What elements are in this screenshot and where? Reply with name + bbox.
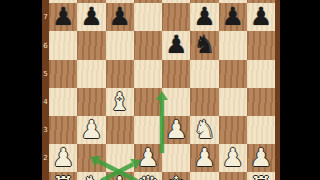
piece-white-pawn: ♟: [221, 144, 243, 172]
video-frame: 87654321 ♜♞♝♛♚♝♜♟♟♟♟♟♟♟♞♝♟♟♞♟♟♟♟♟♜♞♝♛♚♜: [0, 0, 320, 180]
piece-white-queen: ♛: [137, 172, 159, 180]
square-g4[interactable]: [219, 88, 247, 116]
piece-white-knight: ♞: [80, 172, 102, 180]
square-f6[interactable]: ♞: [190, 31, 218, 59]
square-h4[interactable]: [247, 88, 275, 116]
square-g7[interactable]: ♟: [219, 3, 247, 31]
square-c3[interactable]: [106, 116, 134, 144]
piece-black-pawn: ♟: [193, 3, 215, 31]
piece-black-pawn: ♟: [52, 3, 74, 31]
square-h2[interactable]: ♟: [247, 144, 275, 172]
rank-label-4: 4: [42, 98, 49, 105]
square-f1[interactable]: [190, 172, 218, 180]
piece-white-rook: ♜: [52, 172, 74, 180]
square-h6[interactable]: [247, 31, 275, 59]
rank-label-6: 6: [42, 42, 49, 49]
piece-black-pawn: ♟: [165, 31, 187, 59]
rank-label-7: 7: [42, 14, 49, 21]
square-d2[interactable]: ♟: [134, 144, 162, 172]
square-g1[interactable]: [219, 172, 247, 180]
piece-white-pawn: ♟: [193, 144, 215, 172]
square-f4[interactable]: [190, 88, 218, 116]
square-a2[interactable]: ♟: [49, 144, 77, 172]
square-c6[interactable]: [106, 31, 134, 59]
square-g2[interactable]: ♟: [219, 144, 247, 172]
board-grid: ♜♞♝♛♚♝♜♟♟♟♟♟♟♟♞♝♟♟♞♟♟♟♟♟♜♞♝♛♚♜: [49, 0, 275, 180]
square-g6[interactable]: [219, 31, 247, 59]
square-f2[interactable]: ♟: [190, 144, 218, 172]
square-d4[interactable]: [134, 88, 162, 116]
square-c7[interactable]: ♟: [106, 3, 134, 31]
square-d1[interactable]: ♛: [134, 172, 162, 180]
piece-white-rook: ♜: [250, 172, 272, 180]
square-a4[interactable]: [49, 88, 77, 116]
square-d5[interactable]: [134, 60, 162, 88]
piece-white-pawn: ♟: [250, 144, 272, 172]
square-d3[interactable]: [134, 116, 162, 144]
square-b2[interactable]: [77, 144, 105, 172]
piece-white-king: ♚: [165, 172, 187, 180]
square-b5[interactable]: [77, 60, 105, 88]
piece-white-pawn: ♟: [165, 116, 187, 144]
square-e4[interactable]: [162, 88, 190, 116]
square-b4[interactable]: [77, 88, 105, 116]
square-h7[interactable]: ♟: [247, 3, 275, 31]
piece-black-pawn: ♟: [80, 3, 102, 31]
square-f7[interactable]: ♟: [190, 3, 218, 31]
square-b7[interactable]: ♟: [77, 3, 105, 31]
piece-white-pawn: ♟: [137, 144, 159, 172]
square-b1[interactable]: ♞: [77, 172, 105, 180]
square-c1[interactable]: ♝: [106, 172, 134, 180]
square-e1[interactable]: ♚: [162, 172, 190, 180]
square-c2[interactable]: [106, 144, 134, 172]
square-g5[interactable]: [219, 60, 247, 88]
square-g3[interactable]: [219, 116, 247, 144]
board-border-right: [275, 0, 280, 180]
square-d6[interactable]: [134, 31, 162, 59]
piece-white-bishop: ♝: [108, 88, 130, 116]
square-a5[interactable]: [49, 60, 77, 88]
rank-label-2: 2: [42, 155, 49, 162]
square-f5[interactable]: [190, 60, 218, 88]
square-h3[interactable]: [247, 116, 275, 144]
square-e2[interactable]: [162, 144, 190, 172]
square-a7[interactable]: ♟: [49, 3, 77, 31]
piece-black-knight: ♞: [193, 31, 215, 59]
piece-black-pawn: ♟: [221, 3, 243, 31]
square-c4[interactable]: ♝: [106, 88, 134, 116]
piece-black-pawn: ♟: [108, 3, 130, 31]
piece-white-pawn: ♟: [80, 116, 102, 144]
piece-black-pawn: ♟: [250, 3, 272, 31]
square-a1[interactable]: ♜: [49, 172, 77, 180]
square-e3[interactable]: ♟: [162, 116, 190, 144]
square-h1[interactable]: ♜: [247, 172, 275, 180]
square-b3[interactable]: ♟: [77, 116, 105, 144]
square-b6[interactable]: [77, 31, 105, 59]
board-border-left: 87654321: [42, 0, 49, 180]
piece-white-knight: ♞: [193, 116, 215, 144]
square-h5[interactable]: [247, 60, 275, 88]
square-a6[interactable]: [49, 31, 77, 59]
square-a3[interactable]: [49, 116, 77, 144]
square-d7[interactable]: [134, 3, 162, 31]
square-e5[interactable]: [162, 60, 190, 88]
square-f3[interactable]: ♞: [190, 116, 218, 144]
piece-white-bishop: ♝: [108, 172, 130, 180]
square-e6[interactable]: ♟: [162, 31, 190, 59]
rank-label-5: 5: [42, 70, 49, 77]
square-e7[interactable]: [162, 3, 190, 31]
square-c5[interactable]: [106, 60, 134, 88]
piece-white-pawn: ♟: [52, 144, 74, 172]
rank-label-3: 3: [42, 127, 49, 134]
